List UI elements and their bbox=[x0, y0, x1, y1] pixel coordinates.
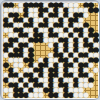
go-app-window: ●●●●●●●●●●●●●●●●●●●●●●●●●●●●●●●●●●●●●●●●… bbox=[0, 0, 100, 100]
goban[interactable]: ●●●●●●●●●●●●●●●●●●●●●●●●●●●●●●●●●●●●●●●●… bbox=[3, 3, 98, 98]
intersection[interactable] bbox=[93, 93, 98, 98]
